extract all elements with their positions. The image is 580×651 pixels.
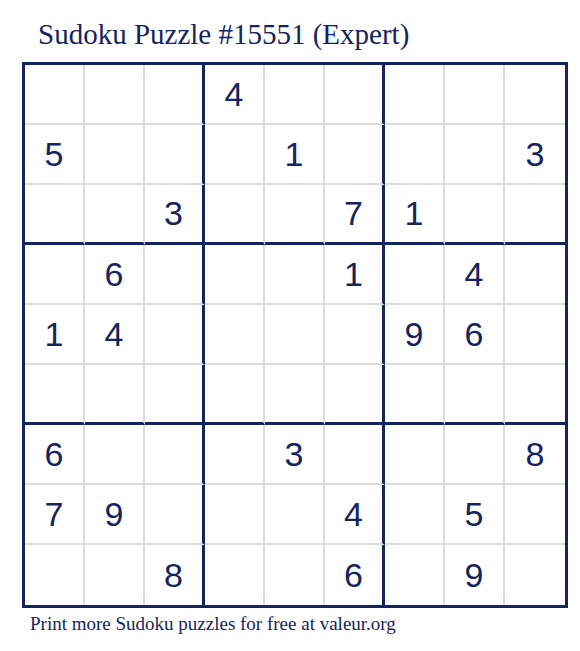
cell-r9c4 xyxy=(205,545,265,605)
cell-r5c6 xyxy=(325,305,385,365)
cell-r9c6: 6 xyxy=(325,545,385,605)
cell-r7c7 xyxy=(385,425,445,485)
cell-r4c4 xyxy=(205,245,265,305)
cell-r4c7 xyxy=(385,245,445,305)
cell-r2c4 xyxy=(205,125,265,185)
cell-r8c2: 9 xyxy=(85,485,145,545)
cell-r6c2 xyxy=(85,365,145,425)
cell-r9c5 xyxy=(265,545,325,605)
cell-r3c9 xyxy=(505,185,565,245)
cell-r3c5 xyxy=(265,185,325,245)
cell-r2c1: 5 xyxy=(25,125,85,185)
cell-r1c9 xyxy=(505,65,565,125)
cell-r8c6: 4 xyxy=(325,485,385,545)
cell-r5c4 xyxy=(205,305,265,365)
cell-r8c5 xyxy=(265,485,325,545)
cell-r4c6: 1 xyxy=(325,245,385,305)
cell-r9c7 xyxy=(385,545,445,605)
cell-r4c9 xyxy=(505,245,565,305)
cell-r8c8: 5 xyxy=(445,485,505,545)
cell-r5c7: 9 xyxy=(385,305,445,365)
cell-r3c1 xyxy=(25,185,85,245)
cell-r1c6 xyxy=(325,65,385,125)
cell-r2c3 xyxy=(145,125,205,185)
cell-r2c2 xyxy=(85,125,145,185)
cell-r7c3 xyxy=(145,425,205,485)
cell-r6c9 xyxy=(505,365,565,425)
cell-r9c8: 9 xyxy=(445,545,505,605)
cell-r6c8 xyxy=(445,365,505,425)
footer-text: Print more Sudoku puzzles for free at va… xyxy=(30,612,396,636)
cell-r5c5 xyxy=(265,305,325,365)
cell-r1c2 xyxy=(85,65,145,125)
cell-r3c7: 1 xyxy=(385,185,445,245)
cell-r5c3 xyxy=(145,305,205,365)
cell-r3c4 xyxy=(205,185,265,245)
cell-r9c9 xyxy=(505,545,565,605)
cell-r4c5 xyxy=(265,245,325,305)
cell-r4c3 xyxy=(145,245,205,305)
cell-r4c1 xyxy=(25,245,85,305)
cell-r3c2 xyxy=(85,185,145,245)
cell-r7c6 xyxy=(325,425,385,485)
cell-r7c9: 8 xyxy=(505,425,565,485)
cell-r1c1 xyxy=(25,65,85,125)
cell-r4c8: 4 xyxy=(445,245,505,305)
cell-r5c2: 4 xyxy=(85,305,145,365)
cell-r9c1 xyxy=(25,545,85,605)
cell-r8c3 xyxy=(145,485,205,545)
cell-r9c2 xyxy=(85,545,145,605)
cell-r6c5 xyxy=(265,365,325,425)
sudoku-page: Sudoku Puzzle #15551 (Expert) 4513371614… xyxy=(0,0,580,651)
cell-r6c1 xyxy=(25,365,85,425)
cell-r8c1: 7 xyxy=(25,485,85,545)
cell-r7c1: 6 xyxy=(25,425,85,485)
cell-r2c7 xyxy=(385,125,445,185)
cell-r4c2: 6 xyxy=(85,245,145,305)
cell-r5c9 xyxy=(505,305,565,365)
cell-r2c5: 1 xyxy=(265,125,325,185)
cell-r5c8: 6 xyxy=(445,305,505,365)
cell-r6c7 xyxy=(385,365,445,425)
cell-r3c8 xyxy=(445,185,505,245)
cell-r8c7 xyxy=(385,485,445,545)
cell-r2c6 xyxy=(325,125,385,185)
cell-r7c5: 3 xyxy=(265,425,325,485)
cell-r3c3: 3 xyxy=(145,185,205,245)
cell-r7c4 xyxy=(205,425,265,485)
cell-r7c8 xyxy=(445,425,505,485)
cell-r6c3 xyxy=(145,365,205,425)
cell-r8c9 xyxy=(505,485,565,545)
cell-r8c4 xyxy=(205,485,265,545)
cell-r2c8 xyxy=(445,125,505,185)
cell-r2c9: 3 xyxy=(505,125,565,185)
cell-r7c2 xyxy=(85,425,145,485)
cell-r1c8 xyxy=(445,65,505,125)
cell-r6c6 xyxy=(325,365,385,425)
cell-r1c5 xyxy=(265,65,325,125)
cell-r5c1: 1 xyxy=(25,305,85,365)
cell-r6c4 xyxy=(205,365,265,425)
sudoku-board: 451337161414966387945869 xyxy=(22,62,568,608)
cell-r1c4: 4 xyxy=(205,65,265,125)
cell-r1c3 xyxy=(145,65,205,125)
cell-r3c6: 7 xyxy=(325,185,385,245)
cell-r1c7 xyxy=(385,65,445,125)
page-title: Sudoku Puzzle #15551 (Expert) xyxy=(38,18,409,50)
cell-r9c3: 8 xyxy=(145,545,205,605)
